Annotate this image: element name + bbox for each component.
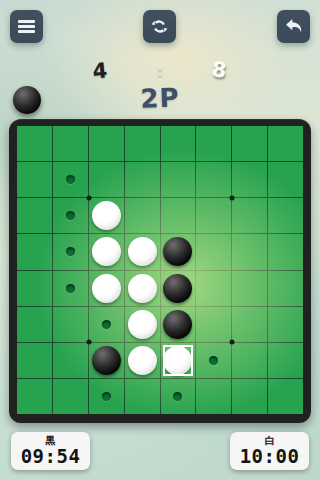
othello-board — [9, 119, 311, 423]
board-cell-e5[interactable] — [161, 271, 196, 306]
board-cell-b2[interactable] — [53, 162, 88, 197]
star-point — [86, 196, 91, 201]
board-cell-a1[interactable] — [17, 126, 52, 161]
legal-move-dot — [209, 356, 218, 365]
board-grid — [17, 126, 303, 414]
board-cell-e4[interactable] — [161, 234, 196, 269]
board-cell-h6[interactable] — [268, 307, 303, 342]
white-disc — [128, 237, 157, 266]
board-cell-e6[interactable] — [161, 307, 196, 342]
undo-icon — [284, 17, 304, 37]
board-cell-d2[interactable] — [125, 162, 160, 197]
board-cell-f3[interactable] — [196, 198, 231, 233]
legal-move-dot — [66, 175, 75, 184]
board-cell-c8[interactable] — [89, 379, 124, 414]
board-cell-c3[interactable] — [89, 198, 124, 233]
board-cell-f7[interactable] — [196, 343, 231, 378]
board-cell-g4[interactable] — [232, 234, 267, 269]
board-cell-h8[interactable] — [268, 379, 303, 414]
score-black: 4 — [87, 58, 113, 84]
clock-black-time: 09:54 — [11, 446, 90, 467]
score-white: 8 — [205, 57, 234, 84]
board-cell-b6[interactable] — [53, 307, 88, 342]
board-cell-f1[interactable] — [196, 126, 231, 161]
refresh-icon — [150, 17, 169, 36]
board-cell-c4[interactable] — [89, 234, 124, 269]
board-cell-e3[interactable] — [161, 198, 196, 233]
board-cell-a4[interactable] — [17, 234, 52, 269]
turn-indicator-black-stone — [13, 86, 41, 114]
board-cell-g8[interactable] — [232, 379, 267, 414]
board-cell-a3[interactable] — [17, 198, 52, 233]
board-cell-d1[interactable] — [125, 126, 160, 161]
board-cell-f2[interactable] — [196, 162, 231, 197]
board-cell-f5[interactable] — [196, 271, 231, 306]
clock-white-time: 10:00 — [230, 446, 309, 467]
white-disc — [128, 274, 157, 303]
board-cell-d3[interactable] — [125, 198, 160, 233]
board-cell-c1[interactable] — [89, 126, 124, 161]
board-cell-g3[interactable] — [232, 198, 267, 233]
board-cell-d4[interactable] — [125, 234, 160, 269]
board-cell-f8[interactable] — [196, 379, 231, 414]
black-disc — [163, 274, 192, 303]
board-cell-h3[interactable] — [268, 198, 303, 233]
board-cell-g7[interactable] — [232, 343, 267, 378]
board-cell-b7[interactable] — [53, 343, 88, 378]
board-cell-a5[interactable] — [17, 271, 52, 306]
board-cell-d7[interactable] — [125, 343, 160, 378]
board-cell-b3[interactable] — [53, 198, 88, 233]
legal-move-dot — [173, 392, 182, 401]
black-disc — [163, 310, 192, 339]
board-cell-b5[interactable] — [53, 271, 88, 306]
legal-move-dot — [102, 320, 111, 329]
board-cell-b8[interactable] — [53, 379, 88, 414]
white-disc — [92, 274, 121, 303]
board-cell-f6[interactable] — [196, 307, 231, 342]
menu-button[interactable] — [10, 10, 43, 43]
board-inner — [17, 126, 303, 414]
board-cell-e7[interactable] — [161, 343, 196, 378]
star-point — [86, 340, 91, 345]
board-cell-b4[interactable] — [53, 234, 88, 269]
refresh-button[interactable] — [143, 10, 176, 43]
board-cell-c5[interactable] — [89, 271, 124, 306]
white-disc — [92, 201, 121, 230]
undo-button[interactable] — [277, 10, 310, 43]
board-cell-b1[interactable] — [53, 126, 88, 161]
board-cell-a8[interactable] — [17, 379, 52, 414]
mode-label: 2P — [0, 77, 320, 118]
star-point — [229, 196, 234, 201]
white-disc — [128, 310, 157, 339]
menu-icon — [18, 20, 35, 33]
black-disc — [163, 237, 192, 266]
legal-move-dot — [66, 211, 75, 220]
board-cell-h5[interactable] — [268, 271, 303, 306]
board-cell-c6[interactable] — [89, 307, 124, 342]
board-cell-g2[interactable] — [232, 162, 267, 197]
legal-move-dot — [102, 392, 111, 401]
board-cell-g1[interactable] — [232, 126, 267, 161]
board-cell-e1[interactable] — [161, 126, 196, 161]
board-cell-d5[interactable] — [125, 271, 160, 306]
board-cell-e2[interactable] — [161, 162, 196, 197]
board-cell-c7[interactable] — [89, 343, 124, 378]
board-cell-d6[interactable] — [125, 307, 160, 342]
board-cell-g6[interactable] — [232, 307, 267, 342]
board-cell-e8[interactable] — [161, 379, 196, 414]
white-disc — [163, 346, 192, 375]
black-disc — [92, 346, 121, 375]
board-cell-f4[interactable] — [196, 234, 231, 269]
white-disc — [128, 346, 157, 375]
board-cell-c2[interactable] — [89, 162, 124, 197]
board-cell-h4[interactable] — [268, 234, 303, 269]
board-cell-d8[interactable] — [125, 379, 160, 414]
white-disc — [92, 237, 121, 266]
board-cell-a2[interactable] — [17, 162, 52, 197]
legal-move-dot — [66, 284, 75, 293]
star-point — [229, 340, 234, 345]
board-cell-h1[interactable] — [268, 126, 303, 161]
board-cell-g5[interactable] — [232, 271, 267, 306]
clock-white: 白 10:00 — [230, 432, 309, 470]
score-separator: : — [150, 62, 170, 80]
legal-move-dot — [66, 247, 75, 256]
clock-black: 黒 09:54 — [11, 432, 90, 470]
board-cell-a6[interactable] — [17, 307, 52, 342]
board-cell-h7[interactable] — [268, 343, 303, 378]
board-cell-a7[interactable] — [17, 343, 52, 378]
board-cell-h2[interactable] — [268, 162, 303, 197]
